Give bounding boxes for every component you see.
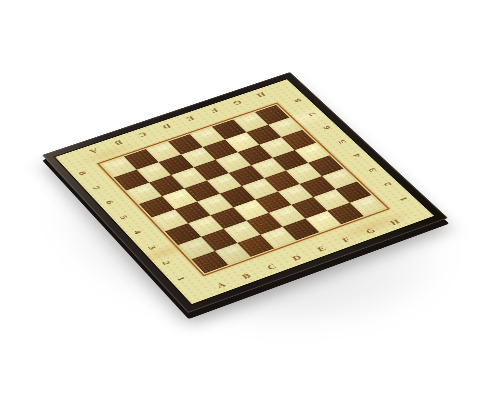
board-squares xyxy=(101,105,385,273)
product-photo-scene: AABBCCDDEEFFGGHH8877665544332211 xyxy=(0,0,500,400)
